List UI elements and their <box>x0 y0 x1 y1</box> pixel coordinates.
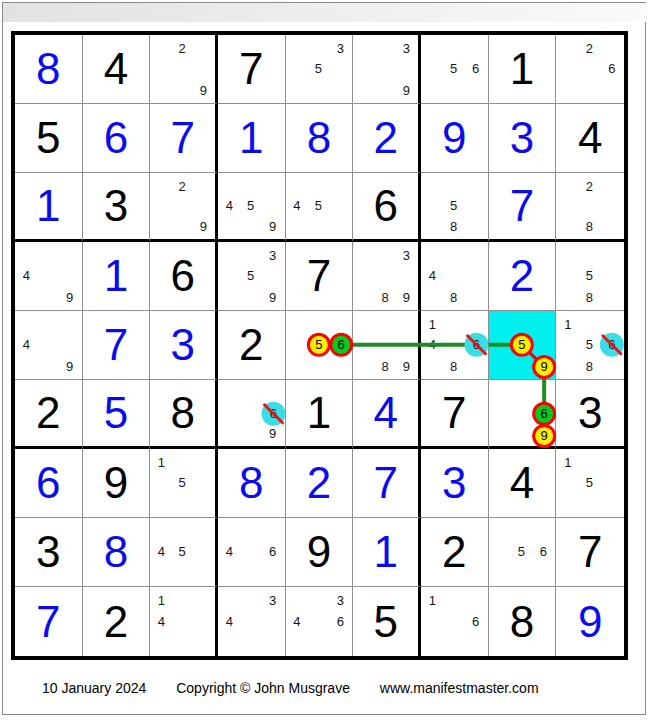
cell-r3c8[interactable]: 7 <box>489 173 557 242</box>
candidate-digit: 1 <box>564 317 571 330</box>
cell-r8c7[interactable]: 2 <box>421 518 489 587</box>
candidate-digit: 8 <box>381 360 388 373</box>
candidate-digit: 5 <box>178 476 185 489</box>
candidate-digit: 5 <box>315 199 322 212</box>
cell-r4c7[interactable]: 48 <box>421 242 489 311</box>
cell-r6c5[interactable]: 1 <box>286 380 354 449</box>
given-digit: 6 <box>150 242 215 310</box>
cell-r1c5[interactable]: 35 <box>286 35 354 104</box>
cell-r2c3[interactable]: 7 <box>150 104 218 173</box>
cell-r8c6[interactable]: 1 <box>353 518 421 587</box>
cell-r1c2[interactable]: 4 <box>83 35 151 104</box>
candidate-digit: 1 <box>429 317 436 330</box>
cell-r7c6[interactable]: 7 <box>353 449 421 518</box>
cell-r2c4[interactable]: 1 <box>218 104 286 173</box>
cell-r6c4[interactable]: 9 <box>218 380 286 449</box>
candidate-digit: 8 <box>450 360 457 373</box>
cell-r7c5[interactable]: 2 <box>286 449 354 518</box>
cell-r3c1[interactable]: 1 <box>15 173 83 242</box>
candidate-digit: 9 <box>269 427 276 440</box>
solved-digit: 5 <box>83 380 150 446</box>
given-digit: 2 <box>83 587 150 656</box>
cell-r7c8[interactable]: 4 <box>489 449 557 518</box>
cell-r6c9[interactable]: 3 <box>556 380 624 449</box>
given-digit: 7 <box>218 35 285 103</box>
cell-r9c7[interactable]: 16 <box>421 587 489 656</box>
cell-r9c6[interactable]: 5 <box>353 587 421 656</box>
candidate-digit: 3 <box>337 41 344 54</box>
cell-r4c8[interactable]: 2 <box>489 242 557 311</box>
given-digit: 8 <box>489 587 556 656</box>
cell-r4c5[interactable]: 7 <box>286 242 354 311</box>
candidate-digit: 8 <box>450 220 457 233</box>
candidate-digit: 5 <box>315 62 322 75</box>
given-digit: 7 <box>421 380 488 446</box>
cell-r6c7[interactable]: 7 <box>421 380 489 449</box>
candidate-digit: 6 <box>608 62 615 75</box>
cell-r4c3[interactable]: 6 <box>150 242 218 311</box>
cell-r7c1[interactable]: 6 <box>15 449 83 518</box>
cell-r5c3[interactable]: 3 <box>150 311 218 380</box>
given-digit: 5 <box>15 104 82 172</box>
given-digit: 2 <box>421 518 488 586</box>
candidate-digit: 5 <box>518 545 525 558</box>
cell-r6c8[interactable] <box>489 380 557 449</box>
cell-r5c5[interactable] <box>286 311 354 380</box>
cell-r8c1[interactable]: 3 <box>15 518 83 587</box>
candidate-digit: 9 <box>269 220 276 233</box>
candidate-digit: 8 <box>586 360 593 373</box>
candidate-digit: 3 <box>337 594 344 607</box>
solved-digit: 1 <box>353 518 418 586</box>
cell-r7c4[interactable]: 8 <box>218 449 286 518</box>
candidate-digit: 6 <box>337 614 344 627</box>
candidate-digit: 8 <box>450 291 457 304</box>
candidate-digit: 3 <box>269 594 276 607</box>
candidate-digit: 9 <box>200 220 207 233</box>
cell-r9c2[interactable]: 2 <box>83 587 151 656</box>
candidate-digit: 9 <box>403 360 410 373</box>
candidate-digit: 4 <box>23 269 30 282</box>
candidate-digit: 6 <box>472 62 479 75</box>
candidate-digit: 5 <box>586 476 593 489</box>
cell-r7c2[interactable]: 9 <box>83 449 151 518</box>
given-digit: 9 <box>286 518 353 586</box>
solved-digit: 3 <box>421 449 488 517</box>
solved-digit: 3 <box>150 311 215 379</box>
given-digit: 7 <box>556 518 624 586</box>
candidate-digit: 2 <box>586 41 593 54</box>
cell-r2c8[interactable]: 3 <box>489 104 557 173</box>
cell-r9c9[interactable]: 9 <box>556 587 624 656</box>
cell-r7c7[interactable]: 3 <box>421 449 489 518</box>
solved-digit: 8 <box>286 104 353 172</box>
cell-r5c4[interactable]: 2 <box>218 311 286 380</box>
candidate-digit: 4 <box>429 269 436 282</box>
candidate-digit: 5 <box>586 338 593 351</box>
given-digit: 5 <box>353 587 418 656</box>
cell-r9c3[interactable]: 14 <box>150 587 218 656</box>
footer-copyright: Copyright © John Musgrave <box>176 680 350 696</box>
candidate-digit: 1 <box>564 455 571 468</box>
cell-r5c1[interactable]: 49 <box>15 311 83 380</box>
candidate-digit: 1 <box>158 455 165 468</box>
given-digit: 4 <box>83 35 150 103</box>
cell-r3c7[interactable]: 58 <box>421 173 489 242</box>
candidate-digit: 5 <box>450 62 457 75</box>
candidate-digit: 3 <box>269 248 276 261</box>
solved-digit: 8 <box>15 35 82 103</box>
cell-r5c9[interactable]: 158 <box>556 311 624 380</box>
cell-r1c1[interactable]: 8 <box>15 35 83 104</box>
candidate-digit: 4 <box>226 545 233 558</box>
cell-r1c9[interactable]: 26 <box>556 35 624 104</box>
solved-digit: 2 <box>286 449 353 517</box>
cell-r2c9[interactable]: 4 <box>556 104 624 173</box>
solved-digit: 1 <box>83 242 150 310</box>
solved-digit: 7 <box>15 587 82 656</box>
solved-digit: 7 <box>150 104 215 172</box>
given-digit: 3 <box>15 518 82 586</box>
cell-r4c1[interactable]: 49 <box>15 242 83 311</box>
candidate-digit: 5 <box>586 269 593 282</box>
candidate-digit: 4 <box>293 614 300 627</box>
solved-digit: 3 <box>489 104 556 172</box>
cell-r4c4[interactable]: 359 <box>218 242 286 311</box>
candidate-digit: 9 <box>66 291 73 304</box>
given-digit: 6 <box>353 173 418 239</box>
cell-r1c4[interactable]: 7 <box>218 35 286 104</box>
cell-r4c9[interactable]: 58 <box>556 242 624 311</box>
cell-r8c4[interactable]: 46 <box>218 518 286 587</box>
footer-website: www.manifestmaster.com <box>380 680 539 696</box>
candidate-digit: 5 <box>247 199 254 212</box>
solved-digit: 1 <box>218 104 285 172</box>
given-digit: 1 <box>489 35 556 103</box>
given-digit: 3 <box>556 380 624 446</box>
cell-r9c4[interactable]: 34 <box>218 587 286 656</box>
cell-r9c5[interactable]: 346 <box>286 587 354 656</box>
candidate-digit: 5 <box>450 199 457 212</box>
given-digit: 2 <box>218 311 285 379</box>
cell-r1c8[interactable]: 1 <box>489 35 557 104</box>
candidate-digit: 1 <box>158 594 165 607</box>
candidate-digit: 4 <box>226 614 233 627</box>
given-digit: 1 <box>286 380 353 446</box>
given-digit: 2 <box>15 380 82 446</box>
candidate-digit: 4 <box>158 614 165 627</box>
cell-r1c7[interactable]: 56 <box>421 35 489 104</box>
candidate-digit: 3 <box>403 248 410 261</box>
solved-digit: 1 <box>15 173 82 239</box>
cell-r2c6[interactable]: 2 <box>353 104 421 173</box>
cell-r2c1[interactable]: 5 <box>15 104 83 173</box>
cell-r7c3[interactable]: 15 <box>150 449 218 518</box>
candidate-digit: 6 <box>269 545 276 558</box>
cell-r6c6[interactable]: 4 <box>353 380 421 449</box>
solved-digit: 8 <box>218 449 285 517</box>
footer: 10 January 2024 Copyright © John Musgrav… <box>0 673 650 703</box>
cell-r2c2[interactable]: 6 <box>83 104 151 173</box>
candidate-digit: 6 <box>540 545 547 558</box>
solved-digit: 7 <box>353 449 418 517</box>
candidate-digit: 2 <box>178 41 185 54</box>
given-digit: 4 <box>556 104 624 172</box>
cell-r3c5[interactable]: 45 <box>286 173 354 242</box>
cell-r3c6[interactable]: 6 <box>353 173 421 242</box>
candidate-digit: 4 <box>23 338 30 351</box>
candidate-digit: 1 <box>429 594 436 607</box>
cell-r5c6[interactable]: 89 <box>353 311 421 380</box>
candidate-digit: 8 <box>381 291 388 304</box>
candidate-digit: 8 <box>586 291 593 304</box>
cell-r8c3[interactable]: 45 <box>150 518 218 587</box>
solved-digit: 2 <box>489 242 556 310</box>
footer-date: 10 January 2024 <box>42 680 146 696</box>
cell-r5c8[interactable] <box>489 311 557 380</box>
cell-r6c3[interactable]: 8 <box>150 380 218 449</box>
candidate-digit: 5 <box>247 269 254 282</box>
cell-r6c2[interactable]: 5 <box>83 380 151 449</box>
candidate-digit: 2 <box>178 179 185 192</box>
candidate-digit: 4 <box>158 545 165 558</box>
solved-digit: 7 <box>489 173 556 239</box>
candidate-digit: 2 <box>586 179 593 192</box>
candidate-digit: 3 <box>403 41 410 54</box>
cell-r3c3[interactable]: 29 <box>150 173 218 242</box>
solved-digit: 7 <box>83 311 150 379</box>
title-bar <box>3 3 647 22</box>
solved-digit: 2 <box>353 104 418 172</box>
cell-r4c2[interactable]: 1 <box>83 242 151 311</box>
sudoku-board: 8429735395612656718293413294594565872849… <box>11 31 628 660</box>
cell-r6c1[interactable]: 2 <box>15 380 83 449</box>
solved-digit: 4 <box>353 380 418 446</box>
cell-r3c2[interactable]: 3 <box>83 173 151 242</box>
candidate-digit: 4 <box>226 199 233 212</box>
cell-r3c4[interactable]: 459 <box>218 173 286 242</box>
cell-r2c5[interactable]: 8 <box>286 104 354 173</box>
cell-r9c8[interactable]: 8 <box>489 587 557 656</box>
candidate-digit: 9 <box>269 291 276 304</box>
given-digit: 3 <box>83 173 150 239</box>
candidate-digit: 5 <box>178 545 185 558</box>
candidate-digit: 9 <box>66 360 73 373</box>
solved-digit: 6 <box>83 104 150 172</box>
cell-r9c1[interactable]: 7 <box>15 587 83 656</box>
cell-r5c7[interactable]: 148 <box>421 311 489 380</box>
candidate-digit: 8 <box>586 220 593 233</box>
given-digit: 8 <box>150 380 215 446</box>
cell-r5c2[interactable]: 7 <box>83 311 151 380</box>
cell-r1c6[interactable]: 39 <box>353 35 421 104</box>
cell-r8c5[interactable]: 9 <box>286 518 354 587</box>
cell-r8c8[interactable]: 56 <box>489 518 557 587</box>
cell-r7c9[interactable]: 15 <box>556 449 624 518</box>
candidate-digit: 4 <box>429 338 436 351</box>
candidate-digit: 6 <box>472 614 479 627</box>
cell-r4c6[interactable]: 389 <box>353 242 421 311</box>
solved-digit: 9 <box>421 104 488 172</box>
solved-digit: 6 <box>15 449 82 517</box>
cell-r1c3[interactable]: 29 <box>150 35 218 104</box>
candidate-digit: 9 <box>403 291 410 304</box>
solved-digit: 8 <box>83 518 150 586</box>
candidate-digit: 9 <box>200 84 207 97</box>
cell-r3c9[interactable]: 28 <box>556 173 624 242</box>
candidate-digit: 4 <box>293 199 300 212</box>
cell-r8c2[interactable]: 8 <box>83 518 151 587</box>
given-digit: 4 <box>489 449 556 517</box>
given-digit: 7 <box>286 242 353 310</box>
given-digit: 9 <box>83 449 150 517</box>
cell-r2c7[interactable]: 9 <box>421 104 489 173</box>
candidate-digit: 9 <box>403 84 410 97</box>
cell-r8c9[interactable]: 7 <box>556 518 624 587</box>
solved-digit: 9 <box>556 587 624 656</box>
